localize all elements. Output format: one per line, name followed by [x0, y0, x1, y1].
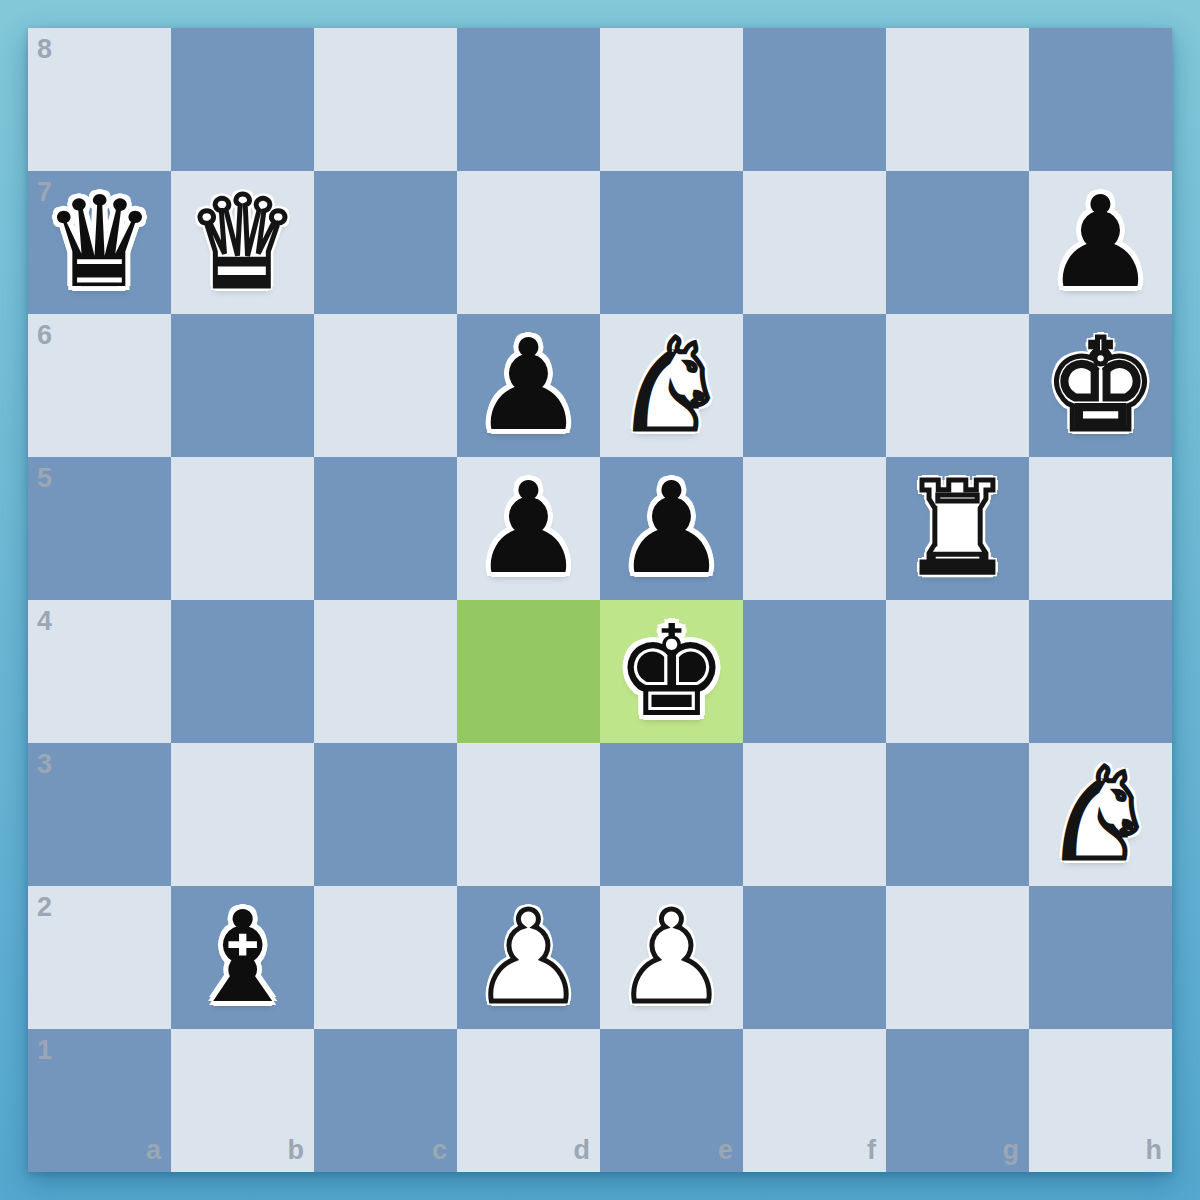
square-d4[interactable] — [457, 600, 600, 743]
square-a5[interactable]: 5 — [28, 457, 171, 600]
piece-black-pawn[interactable]: ♟ — [472, 323, 585, 449]
square-g2[interactable] — [886, 886, 1029, 1029]
square-g8[interactable] — [886, 28, 1029, 171]
square-g3[interactable] — [886, 743, 1029, 886]
square-a7[interactable]: 7♛ — [28, 171, 171, 314]
square-f2[interactable] — [743, 886, 886, 1029]
rank-label-2: 2 — [37, 894, 52, 921]
piece-white-queen[interactable]: ♛ — [186, 180, 299, 306]
square-e3[interactable] — [600, 743, 743, 886]
square-c3[interactable] — [314, 743, 457, 886]
rank-label-1: 1 — [37, 1037, 52, 1064]
piece-white-king[interactable]: ♚ — [1044, 323, 1157, 449]
square-b8[interactable] — [171, 28, 314, 171]
file-label-a: a — [146, 1137, 161, 1164]
square-e7[interactable] — [600, 171, 743, 314]
square-d5[interactable]: ♟ — [457, 457, 600, 600]
piece-black-bishop[interactable]: ♝ — [186, 895, 299, 1021]
square-c5[interactable] — [314, 457, 457, 600]
rank-label-4: 4 — [37, 608, 52, 635]
square-c1[interactable]: c — [314, 1029, 457, 1172]
square-a4[interactable]: 4 — [28, 600, 171, 743]
square-d6[interactable]: ♟ — [457, 314, 600, 457]
square-d1[interactable]: d — [457, 1029, 600, 1172]
square-e8[interactable] — [600, 28, 743, 171]
square-d7[interactable] — [457, 171, 600, 314]
square-b2[interactable]: ♝ — [171, 886, 314, 1029]
square-e2[interactable]: ♟ — [600, 886, 743, 1029]
square-c7[interactable] — [314, 171, 457, 314]
square-a1[interactable]: 1a — [28, 1029, 171, 1172]
square-a6[interactable]: 6 — [28, 314, 171, 457]
piece-black-king[interactable]: ♚ — [615, 609, 728, 735]
rank-label-6: 6 — [37, 322, 52, 349]
square-b5[interactable] — [171, 457, 314, 600]
square-b6[interactable] — [171, 314, 314, 457]
square-f6[interactable] — [743, 314, 886, 457]
square-b3[interactable] — [171, 743, 314, 886]
square-g7[interactable] — [886, 171, 1029, 314]
square-e5[interactable]: ♟ — [600, 457, 743, 600]
square-b4[interactable] — [171, 600, 314, 743]
square-d2[interactable]: ♟ — [457, 886, 600, 1029]
square-f4[interactable] — [743, 600, 886, 743]
square-d8[interactable] — [457, 28, 600, 171]
piece-white-pawn[interactable]: ♟ — [472, 895, 585, 1021]
square-e1[interactable]: e — [600, 1029, 743, 1172]
square-c4[interactable] — [314, 600, 457, 743]
square-g6[interactable] — [886, 314, 1029, 457]
piece-white-knight[interactable]: ♞ — [615, 323, 728, 449]
square-h1[interactable]: h — [1029, 1029, 1172, 1172]
square-a2[interactable]: 2 — [28, 886, 171, 1029]
square-h6[interactable]: ♚ — [1029, 314, 1172, 457]
square-h7[interactable]: ♟ — [1029, 171, 1172, 314]
square-h4[interactable] — [1029, 600, 1172, 743]
square-c2[interactable] — [314, 886, 457, 1029]
piece-white-pawn[interactable]: ♟ — [615, 895, 728, 1021]
rank-label-3: 3 — [37, 751, 52, 778]
piece-black-pawn[interactable]: ♟ — [472, 466, 585, 592]
square-b7[interactable]: ♛ — [171, 171, 314, 314]
square-a8[interactable]: 8 — [28, 28, 171, 171]
piece-black-queen[interactable]: ♛ — [43, 180, 156, 306]
file-label-d: d — [574, 1137, 591, 1164]
square-e4[interactable]: ♚ — [600, 600, 743, 743]
square-g1[interactable]: g — [886, 1029, 1029, 1172]
piece-black-pawn[interactable]: ♟ — [1044, 180, 1157, 306]
file-label-e: e — [718, 1137, 733, 1164]
square-c8[interactable] — [314, 28, 457, 171]
square-f8[interactable] — [743, 28, 886, 171]
square-c6[interactable] — [314, 314, 457, 457]
file-label-g: g — [1003, 1137, 1020, 1164]
rank-label-8: 8 — [37, 36, 52, 63]
square-f3[interactable] — [743, 743, 886, 886]
square-d3[interactable] — [457, 743, 600, 886]
file-label-f: f — [867, 1137, 876, 1164]
piece-black-pawn[interactable]: ♟ — [615, 466, 728, 592]
square-b1[interactable]: b — [171, 1029, 314, 1172]
square-h5[interactable] — [1029, 457, 1172, 600]
square-h2[interactable] — [1029, 886, 1172, 1029]
file-label-b: b — [288, 1137, 305, 1164]
file-label-h: h — [1146, 1137, 1163, 1164]
square-e6[interactable]: ♞ — [600, 314, 743, 457]
square-f7[interactable] — [743, 171, 886, 314]
square-h8[interactable] — [1029, 28, 1172, 171]
square-f1[interactable]: f — [743, 1029, 886, 1172]
piece-white-knight[interactable]: ♞ — [1044, 752, 1157, 878]
chess-board: 87♛♛♟6♟♞♚5♟♟♜4♚3♞2♝♟♟1abcdefgh — [28, 28, 1172, 1172]
page-background: 87♛♛♟6♟♞♚5♟♟♜4♚3♞2♝♟♟1abcdefgh — [0, 0, 1200, 1200]
square-g5[interactable]: ♜ — [886, 457, 1029, 600]
square-g4[interactable] — [886, 600, 1029, 743]
square-f5[interactable] — [743, 457, 886, 600]
square-h3[interactable]: ♞ — [1029, 743, 1172, 886]
piece-white-rook[interactable]: ♜ — [901, 466, 1014, 592]
rank-label-5: 5 — [37, 465, 52, 492]
square-a3[interactable]: 3 — [28, 743, 171, 886]
file-label-c: c — [432, 1137, 447, 1164]
